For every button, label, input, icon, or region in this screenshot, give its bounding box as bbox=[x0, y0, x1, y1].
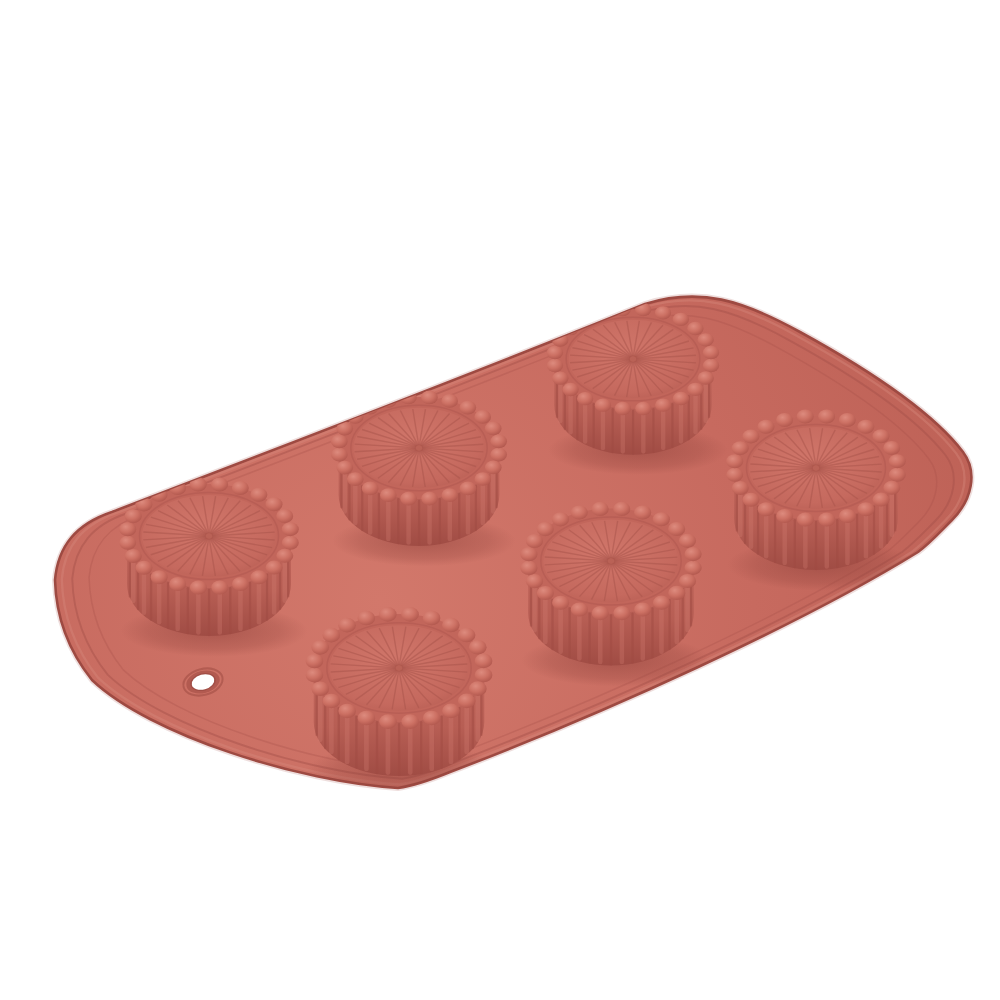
mold-cavity-front-left bbox=[306, 607, 502, 798]
product-photo bbox=[0, 0, 1000, 1000]
mold-cavity-front-right bbox=[726, 409, 914, 590]
silicone-mold-product-image bbox=[0, 0, 1000, 1000]
mold-cavity-front-center bbox=[520, 502, 710, 687]
mold-cavity-back-left bbox=[119, 477, 307, 656]
mold-cavity-back-right bbox=[547, 303, 728, 475]
